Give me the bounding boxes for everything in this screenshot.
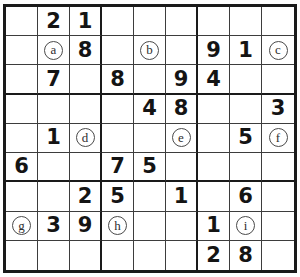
given-digit: 5: [238, 127, 253, 148]
cell-r8c9: [262, 212, 294, 241]
given-digit: 2: [78, 186, 93, 207]
cell-r3c2: 7: [38, 65, 70, 94]
cell-r2c6: [166, 36, 198, 65]
cell-r6c5: 5: [134, 153, 166, 182]
cell-r1c3: 1: [70, 7, 102, 36]
cell-r5c6: e: [166, 124, 198, 153]
given-digit: 5: [110, 186, 125, 207]
cell-r4c7: [198, 95, 230, 124]
cell-r4c6: 8: [166, 95, 198, 124]
cell-r3c7: 4: [198, 65, 230, 94]
given-digit: 1: [238, 40, 253, 61]
cell-r9c7: 2: [198, 241, 230, 270]
cell-r1c7: [198, 7, 230, 36]
circled-letter-d: d: [76, 128, 95, 147]
circled-letter-f: f: [269, 128, 288, 147]
cell-r7c2: [38, 182, 70, 211]
given-digit: 7: [110, 156, 125, 177]
circled-letter-i: i: [236, 216, 255, 235]
given-digit: 8: [110, 69, 125, 90]
cell-r9c4: [102, 241, 134, 270]
cell-r7c4: 5: [102, 182, 134, 211]
cell-r2c7: 9: [198, 36, 230, 65]
given-digit: 6: [14, 156, 29, 177]
circled-letter-b: b: [140, 41, 159, 60]
given-digit: 4: [142, 98, 157, 119]
given-digit: 4: [206, 69, 221, 90]
cell-r5c7: [198, 124, 230, 153]
given-digit: 9: [206, 40, 221, 61]
given-digit: 2: [206, 245, 221, 266]
cell-r3c5: [134, 65, 166, 94]
circled-letter-c: c: [269, 41, 288, 60]
cell-r3c4: 8: [102, 65, 134, 94]
given-digit: 1: [78, 11, 93, 32]
given-digit: 1: [206, 215, 221, 236]
circled-letter-e: e: [172, 128, 191, 147]
cell-r6c3: [70, 153, 102, 182]
cell-r2c8: 1: [230, 36, 262, 65]
cell-r6c8: [230, 153, 262, 182]
given-digit: 1: [174, 186, 189, 207]
cell-r5c8: 5: [230, 124, 262, 153]
cell-r1c2: 2: [38, 7, 70, 36]
cell-r8c8: i: [230, 212, 262, 241]
cell-r1c4: [102, 7, 134, 36]
cell-r9c1: [6, 241, 38, 270]
cell-r8c4: h: [102, 212, 134, 241]
given-digit: 8: [174, 98, 189, 119]
given-digit: 3: [46, 215, 61, 236]
cell-r6c6: [166, 153, 198, 182]
cell-r7c3: 2: [70, 182, 102, 211]
cell-r6c9: [262, 153, 294, 182]
cell-r4c5: 4: [134, 95, 166, 124]
cell-r9c2: [38, 241, 70, 270]
cell-r4c3: [70, 95, 102, 124]
sudoku-board: 21a8b91c78944831de5f6752516g39h1i28: [3, 4, 297, 273]
cell-r1c9: [262, 7, 294, 36]
cell-r3c8: [230, 65, 262, 94]
cell-r7c9: [262, 182, 294, 211]
cell-r1c8: [230, 7, 262, 36]
given-digit: 1: [46, 127, 61, 148]
cell-r8c7: 1: [198, 212, 230, 241]
cell-r6c1: 6: [6, 153, 38, 182]
cell-r5c5: [134, 124, 166, 153]
cell-r2c5: b: [134, 36, 166, 65]
cell-r5c3: d: [70, 124, 102, 153]
cell-r6c2: [38, 153, 70, 182]
cell-r4c2: [38, 95, 70, 124]
given-digit: 2: [46, 11, 61, 32]
given-digit: 6: [238, 186, 253, 207]
cell-r9c9: [262, 241, 294, 270]
cell-r2c4: [102, 36, 134, 65]
given-digit: 8: [238, 245, 253, 266]
cell-r2c9: c: [262, 36, 294, 65]
cell-r7c6: 1: [166, 182, 198, 211]
cell-r4c1: [6, 95, 38, 124]
cell-r5c9: f: [262, 124, 294, 153]
cell-r7c7: [198, 182, 230, 211]
cell-r8c2: 3: [38, 212, 70, 241]
cell-r7c1: [6, 182, 38, 211]
cell-r4c4: [102, 95, 134, 124]
circled-letter-h: h: [108, 216, 127, 235]
given-digit: 9: [78, 215, 93, 236]
cell-r9c3: [70, 241, 102, 270]
given-digit: 5: [142, 156, 157, 177]
cell-r8c6: [166, 212, 198, 241]
cell-r5c1: [6, 124, 38, 153]
cell-r2c3: 8: [70, 36, 102, 65]
cell-r1c1: [6, 7, 38, 36]
cell-r1c6: [166, 7, 198, 36]
cell-r3c1: [6, 65, 38, 94]
cell-r4c9: 3: [262, 95, 294, 124]
cell-r3c9: [262, 65, 294, 94]
cell-r2c1: [6, 36, 38, 65]
cell-r9c8: 8: [230, 241, 262, 270]
sudoku-board-wrapper: 21a8b91c78944831de5f6752516g39h1i28: [3, 4, 297, 273]
cell-r8c1: g: [6, 212, 38, 241]
cell-r9c6: [166, 241, 198, 270]
given-digit: 8: [78, 40, 93, 61]
circled-letter-g: g: [12, 216, 31, 235]
cell-r3c3: [70, 65, 102, 94]
cell-r6c7: [198, 153, 230, 182]
given-digit: 7: [46, 69, 61, 90]
cell-r5c2: 1: [38, 124, 70, 153]
cell-r8c3: 9: [70, 212, 102, 241]
cell-r4c8: [230, 95, 262, 124]
given-digit: 9: [174, 69, 189, 90]
cell-r3c6: 9: [166, 65, 198, 94]
cell-r7c5: [134, 182, 166, 211]
cell-r9c5: [134, 241, 166, 270]
cell-r8c5: [134, 212, 166, 241]
given-digit: 3: [271, 98, 286, 119]
cell-r5c4: [102, 124, 134, 153]
cell-r6c4: 7: [102, 153, 134, 182]
cell-r7c8: 6: [230, 182, 262, 211]
cell-r1c5: [134, 7, 166, 36]
circled-letter-a: a: [44, 41, 63, 60]
cell-r2c2: a: [38, 36, 70, 65]
